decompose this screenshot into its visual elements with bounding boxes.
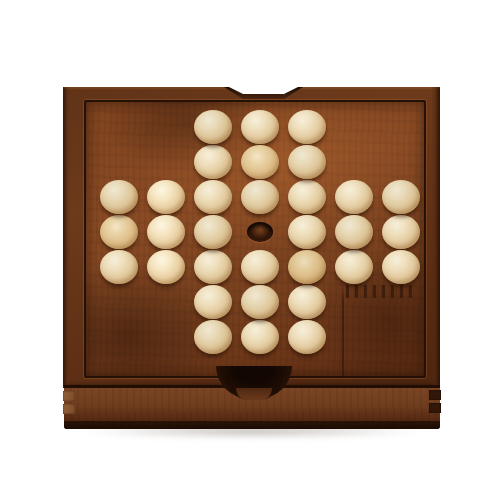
- board-cell-r1c6: [330, 109, 377, 144]
- marble-r4c3[interactable]: [194, 215, 232, 249]
- marble-r3c3[interactable]: [194, 180, 232, 214]
- board-cell-r2c3: [189, 144, 236, 179]
- marble-r5c2[interactable]: [147, 250, 185, 284]
- board-cell-r4c2: [142, 214, 189, 249]
- marble-r6c5[interactable]: [288, 285, 326, 319]
- marble-r4c6[interactable]: [335, 215, 373, 249]
- board-cell-r4c6: [330, 214, 377, 249]
- marble-r3c7[interactable]: [382, 180, 420, 214]
- dovetail-joint-left-1: [63, 391, 75, 401]
- board-cell-r5c1: [95, 249, 142, 284]
- marble-r4c2[interactable]: [147, 215, 185, 249]
- board-cell-r1c5: [283, 109, 330, 144]
- board-cell-r1c2: [142, 109, 189, 144]
- marble-r4c1[interactable]: [100, 215, 138, 249]
- marble-r5c5[interactable]: [288, 250, 326, 284]
- wooden-solitaire-box: [63, 87, 440, 429]
- board-cell-r7c7: [377, 319, 424, 354]
- board-cell-r4c4: [236, 214, 283, 249]
- board-cell-r5c3: [189, 249, 236, 284]
- board-cell-r6c3: [189, 284, 236, 319]
- marble-r3c6[interactable]: [335, 180, 373, 214]
- board-cell-r1c4: [236, 109, 283, 144]
- marble-r5c4[interactable]: [241, 250, 279, 284]
- board-cell-r2c6: [330, 144, 377, 179]
- board-cell-r6c7: [377, 284, 424, 319]
- board-cell-r5c5: [283, 249, 330, 284]
- board-cell-r4c1: [95, 214, 142, 249]
- dovetail-joint-right-2: [429, 403, 441, 413]
- marble-r2c3[interactable]: [194, 145, 232, 179]
- board-cell-r3c2: [142, 179, 189, 214]
- drawer-finger-notch[interactable]: [216, 366, 292, 404]
- board-cell-r5c2: [142, 249, 189, 284]
- solitaire-board: [95, 109, 424, 354]
- board-cell-r4c3: [189, 214, 236, 249]
- board-cell-r2c4: [236, 144, 283, 179]
- marble-r7c3[interactable]: [194, 320, 232, 354]
- board-cell-r7c5: [283, 319, 330, 354]
- marble-r1c5[interactable]: [288, 110, 326, 144]
- board-cell-r1c3: [189, 109, 236, 144]
- board-cell-r5c6: [330, 249, 377, 284]
- marble-r2c4[interactable]: [241, 145, 279, 179]
- board-cell-r2c5: [283, 144, 330, 179]
- marble-r3c4[interactable]: [241, 180, 279, 214]
- box-right-edge: [431, 87, 440, 388]
- marble-r4c7[interactable]: [382, 215, 420, 249]
- board-cell-r2c2: [142, 144, 189, 179]
- marble-r2c5[interactable]: [288, 145, 326, 179]
- dovetail-joint-left-2: [63, 404, 75, 414]
- board-cell-r7c1: [95, 319, 142, 354]
- marble-r6c3[interactable]: [194, 285, 232, 319]
- product-photo-scene: [0, 0, 500, 500]
- board-cell-r5c7: [377, 249, 424, 284]
- board-cell-r7c2: [142, 319, 189, 354]
- board-cell-r6c2: [142, 284, 189, 319]
- board-cell-r3c1: [95, 179, 142, 214]
- marble-r1c4[interactable]: [241, 110, 279, 144]
- marble-r5c1[interactable]: [100, 250, 138, 284]
- board-cell-r7c3: [189, 319, 236, 354]
- marble-r7c5[interactable]: [288, 320, 326, 354]
- box-left-edge: [63, 87, 71, 388]
- playing-panel: [84, 100, 426, 378]
- board-cell-r3c3: [189, 179, 236, 214]
- board-cell-r2c7: [377, 144, 424, 179]
- board-cell-r7c4: [236, 319, 283, 354]
- box-top-surface: [63, 87, 440, 388]
- board-cell-r4c5: [283, 214, 330, 249]
- marble-r7c4[interactable]: [241, 320, 279, 354]
- board-cell-r6c6: [330, 284, 377, 319]
- marble-r3c1[interactable]: [100, 180, 138, 214]
- marble-r3c2[interactable]: [147, 180, 185, 214]
- marble-r6c4[interactable]: [241, 285, 279, 319]
- marble-r3c5[interactable]: [288, 180, 326, 214]
- box-bottom-edge: [64, 421, 440, 429]
- marble-r5c7[interactable]: [382, 250, 420, 284]
- marble-r4c5[interactable]: [288, 215, 326, 249]
- empty-hole-center[interactable]: [247, 222, 273, 242]
- board-cell-r3c7: [377, 179, 424, 214]
- board-cell-r4c7: [377, 214, 424, 249]
- board-cell-r3c6: [330, 179, 377, 214]
- board-cell-r6c5: [283, 284, 330, 319]
- board-cell-r7c6: [330, 319, 377, 354]
- marble-r5c6[interactable]: [335, 250, 373, 284]
- board-cell-r3c5: [283, 179, 330, 214]
- marble-r5c3[interactable]: [194, 250, 232, 284]
- board-cell-r6c4: [236, 284, 283, 319]
- marble-r1c3[interactable]: [194, 110, 232, 144]
- board-cell-r5c4: [236, 249, 283, 284]
- dovetail-joint-right-1: [429, 390, 441, 400]
- board-cell-r3c4: [236, 179, 283, 214]
- board-cell-r2c1: [95, 144, 142, 179]
- board-cell-r1c1: [95, 109, 142, 144]
- board-cell-r6c1: [95, 284, 142, 319]
- board-cell-r1c7: [377, 109, 424, 144]
